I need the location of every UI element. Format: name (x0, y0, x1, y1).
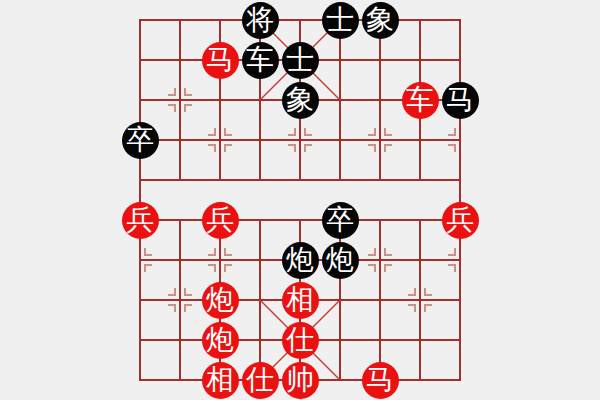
point-marker-bar (184, 288, 186, 296)
piece-red-horse[interactable]: 马 (202, 42, 239, 79)
point-marker-bar (184, 304, 186, 312)
piece-red-soldier[interactable]: 兵 (122, 202, 159, 239)
point-marker-bar (184, 104, 186, 112)
piece-black-advisor[interactable]: 士 (322, 2, 359, 39)
point-marker-bar (294, 128, 296, 136)
point-marker-bar (304, 144, 306, 152)
piece-black-cannon[interactable]: 炮 (282, 242, 319, 279)
piece-red-cannon[interactable]: 炮 (202, 282, 239, 319)
piece-red-advisor[interactable]: 仕 (282, 322, 319, 359)
piece-red-cannon[interactable]: 炮 (202, 322, 239, 359)
piece-black-soldier[interactable]: 卒 (122, 122, 159, 159)
point-marker-bar (174, 88, 176, 96)
point-marker-bar (214, 248, 216, 256)
point-marker-bar (214, 144, 216, 152)
point-marker-bar (224, 144, 226, 152)
piece-black-chariot[interactable]: 车 (242, 42, 279, 79)
point-marker-bar (384, 248, 386, 256)
piece-black-elephant[interactable]: 象 (362, 2, 399, 39)
point-marker-bar (374, 144, 376, 152)
piece-red-chariot[interactable]: 车 (402, 82, 439, 119)
point-marker-bar (454, 128, 456, 136)
piece-black-elephant[interactable]: 象 (282, 82, 319, 119)
point-marker-bar (414, 288, 416, 296)
point-marker-bar (384, 264, 386, 272)
piece-red-soldier[interactable]: 兵 (442, 202, 479, 239)
piece-black-cannon[interactable]: 炮 (322, 242, 359, 279)
point-marker-bar (224, 264, 226, 272)
point-marker-bar (304, 128, 306, 136)
point-marker-bar (454, 264, 456, 272)
piece-red-elephant[interactable]: 相 (202, 362, 239, 399)
point-marker-bar (374, 264, 376, 272)
point-marker-bar (214, 128, 216, 136)
piece-red-advisor[interactable]: 仕 (242, 362, 279, 399)
piece-red-soldier[interactable]: 兵 (202, 202, 239, 239)
point-marker-bar (454, 144, 456, 152)
point-marker-bar (224, 248, 226, 256)
piece-black-general[interactable]: 将 (242, 2, 279, 39)
app-background: 将士象马车士象车马卒兵兵卒兵炮炮炮相炮仕相仕帅马 (0, 0, 600, 400)
point-marker-bar (374, 128, 376, 136)
point-marker-bar (384, 144, 386, 152)
point-marker-bar (374, 248, 376, 256)
point-marker-bar (174, 304, 176, 312)
point-marker-bar (214, 264, 216, 272)
piece-red-general[interactable]: 帅 (282, 362, 319, 399)
point-marker-bar (224, 128, 226, 136)
point-marker-bar (414, 304, 416, 312)
piece-red-elephant[interactable]: 相 (282, 282, 319, 319)
point-marker-bar (144, 264, 146, 272)
point-marker-bar (144, 248, 146, 256)
piece-red-horse[interactable]: 马 (362, 362, 399, 399)
point-marker-bar (184, 88, 186, 96)
piece-black-horse[interactable]: 马 (442, 82, 479, 119)
point-marker-bar (454, 248, 456, 256)
point-marker-bar (174, 288, 176, 296)
piece-black-advisor[interactable]: 士 (282, 42, 319, 79)
point-marker-bar (174, 104, 176, 112)
point-marker-bar (424, 304, 426, 312)
point-marker-bar (294, 144, 296, 152)
piece-black-soldier[interactable]: 卒 (322, 202, 359, 239)
xiangqi-board[interactable]: 将士象马车士象车马卒兵兵卒兵炮炮炮相炮仕相仕帅马 (0, 0, 600, 400)
point-marker-bar (424, 288, 426, 296)
point-marker-bar (384, 128, 386, 136)
